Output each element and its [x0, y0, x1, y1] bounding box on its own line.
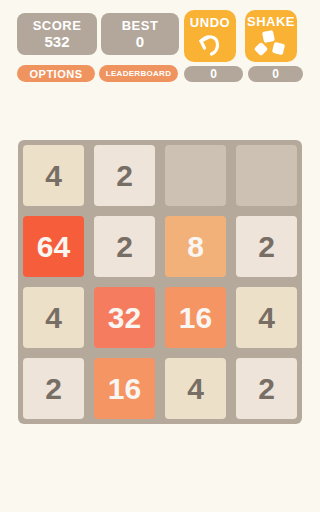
undo-button[interactable]: UNDO — [184, 10, 236, 62]
board-grid[interactable]: 426428243216421642 — [18, 140, 302, 424]
shake-button[interactable]: SHAKE — [245, 10, 297, 62]
tile-2: 2 — [236, 216, 297, 277]
tile-4: 4 — [23, 145, 84, 206]
score-value: 532 — [44, 33, 69, 50]
shake-button-label: SHAKE — [247, 15, 295, 29]
tile-4: 4 — [23, 287, 84, 348]
options-button-label: OPTIONS — [29, 68, 82, 80]
app-window: SCORE 532 BEST 0 UNDO SHAKE OPTIONS LEAD… — [0, 0, 320, 512]
score-box: SCORE 532 — [17, 13, 97, 55]
undo-button-label: UNDO — [190, 16, 230, 30]
empty-cell — [165, 145, 226, 206]
tile-16: 16 — [165, 287, 226, 348]
tile-2: 2 — [23, 358, 84, 419]
leaderboard-button[interactable]: LEADERBOARD — [99, 65, 178, 82]
tile-16: 16 — [94, 358, 155, 419]
undo-count-value: 0 — [210, 67, 217, 81]
shake-count-value: 0 — [272, 67, 279, 81]
shake-dice-icon — [254, 31, 288, 58]
tile-8: 8 — [165, 216, 226, 277]
best-box: BEST 0 — [101, 13, 179, 55]
best-label: BEST — [122, 18, 159, 33]
best-value: 0 — [136, 33, 144, 50]
tile-2: 2 — [236, 358, 297, 419]
empty-cell — [236, 145, 297, 206]
undo-arrow-icon — [195, 32, 225, 56]
tile-2: 2 — [94, 216, 155, 277]
tile-4: 4 — [236, 287, 297, 348]
tile-2: 2 — [94, 145, 155, 206]
undo-count-badge: 0 — [184, 66, 243, 82]
shake-count-badge: 0 — [248, 66, 303, 82]
tile-64: 64 — [23, 216, 84, 277]
options-button[interactable]: OPTIONS — [17, 65, 95, 82]
leaderboard-button-label: LEADERBOARD — [106, 69, 172, 78]
tile-32: 32 — [94, 287, 155, 348]
tile-4: 4 — [165, 358, 226, 419]
score-label: SCORE — [33, 18, 82, 33]
